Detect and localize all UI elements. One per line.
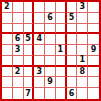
cell-r1c2[interactable] bbox=[13, 2, 24, 13]
cell-r5c6[interactable]: 1 bbox=[56, 45, 67, 56]
cell-r5c7[interactable] bbox=[67, 45, 78, 56]
cell-r8c2[interactable] bbox=[13, 77, 24, 88]
cell-r8c8[interactable] bbox=[77, 77, 88, 88]
given-digit: 3 bbox=[36, 68, 42, 76]
cell-r2c9[interactable] bbox=[88, 13, 99, 24]
cell-r4c5[interactable] bbox=[45, 34, 56, 45]
given-digit: 3 bbox=[15, 46, 21, 54]
cell-r6c8[interactable]: 1 bbox=[77, 56, 88, 67]
cell-r7c1[interactable] bbox=[2, 67, 13, 78]
cell-r6c3[interactable] bbox=[24, 56, 35, 67]
given-digit: 6 bbox=[69, 90, 75, 98]
cell-r2c6[interactable] bbox=[56, 13, 67, 24]
cell-r9c7[interactable]: 6 bbox=[67, 88, 78, 99]
cell-r7c3[interactable] bbox=[24, 67, 35, 78]
cell-r5c4[interactable] bbox=[34, 45, 45, 56]
cell-r4c9[interactable] bbox=[88, 34, 99, 45]
cell-r9c5[interactable] bbox=[45, 88, 56, 99]
given-digit: 6 bbox=[15, 35, 21, 43]
cell-r8c3[interactable] bbox=[24, 77, 35, 88]
cell-r6c5[interactable] bbox=[45, 56, 56, 67]
cell-r1c7[interactable] bbox=[67, 2, 78, 13]
cell-r2c5[interactable]: 6 bbox=[45, 13, 56, 24]
cell-r5c1[interactable] bbox=[2, 45, 13, 56]
cell-r2c7[interactable]: 5 bbox=[67, 13, 78, 24]
cell-r1c9[interactable] bbox=[88, 2, 99, 13]
cell-r9c4[interactable] bbox=[34, 88, 45, 99]
given-digit: 1 bbox=[80, 56, 86, 64]
cell-r6c2[interactable] bbox=[13, 56, 24, 67]
cell-r8c1[interactable] bbox=[2, 77, 13, 88]
cell-r7c6[interactable] bbox=[56, 67, 67, 78]
cell-r1c5[interactable] bbox=[45, 2, 56, 13]
cell-r5c5[interactable] bbox=[45, 45, 56, 56]
cell-r2c3[interactable] bbox=[24, 13, 35, 24]
cell-r4c8[interactable] bbox=[77, 34, 88, 45]
given-digit: 5 bbox=[69, 14, 75, 22]
cell-r7c2[interactable]: 2 bbox=[13, 67, 24, 78]
cell-r2c2[interactable] bbox=[13, 13, 24, 24]
cell-r3c9[interactable] bbox=[88, 24, 99, 35]
cell-r6c4[interactable] bbox=[34, 56, 45, 67]
cell-r1c6[interactable] bbox=[56, 2, 67, 13]
cell-r7c5[interactable] bbox=[45, 67, 56, 78]
cell-r7c7[interactable] bbox=[67, 67, 78, 78]
cell-r9c2[interactable] bbox=[13, 88, 24, 99]
cell-r9c1[interactable] bbox=[2, 88, 13, 99]
given-digit: 2 bbox=[15, 68, 21, 76]
cell-r4c3[interactable]: 5 bbox=[24, 34, 35, 45]
cell-r3c3[interactable] bbox=[24, 24, 35, 35]
cell-r1c1[interactable]: 2 bbox=[2, 2, 13, 13]
sudoku-board: 23656543191238976 bbox=[0, 0, 101, 101]
cell-r6c6[interactable] bbox=[56, 56, 67, 67]
cell-r2c8[interactable] bbox=[77, 13, 88, 24]
cell-r9c3[interactable]: 7 bbox=[24, 88, 35, 99]
cell-r1c3[interactable] bbox=[24, 2, 35, 13]
cell-r5c9[interactable]: 9 bbox=[88, 45, 99, 56]
cell-r5c2[interactable]: 3 bbox=[13, 45, 24, 56]
cell-r5c3[interactable] bbox=[24, 45, 35, 56]
cell-r1c8[interactable]: 3 bbox=[77, 2, 88, 13]
cell-r9c8[interactable] bbox=[77, 88, 88, 99]
cell-r3c5[interactable] bbox=[45, 24, 56, 35]
given-digit: 6 bbox=[47, 14, 53, 22]
given-digit: 3 bbox=[80, 3, 86, 11]
cell-r8c6[interactable] bbox=[56, 77, 67, 88]
cell-r6c7[interactable] bbox=[67, 56, 78, 67]
given-digit: 9 bbox=[47, 78, 53, 86]
cell-r8c9[interactable] bbox=[88, 77, 99, 88]
cell-r7c8[interactable]: 8 bbox=[77, 67, 88, 78]
given-digit: 9 bbox=[91, 46, 97, 54]
cell-r9c9[interactable] bbox=[88, 88, 99, 99]
given-digit: 7 bbox=[25, 90, 31, 98]
cell-r1c4[interactable] bbox=[34, 2, 45, 13]
cell-r8c7[interactable] bbox=[67, 77, 78, 88]
cell-r6c9[interactable] bbox=[88, 56, 99, 67]
cell-r3c6[interactable] bbox=[56, 24, 67, 35]
cell-r2c4[interactable] bbox=[34, 13, 45, 24]
cell-r3c4[interactable] bbox=[34, 24, 45, 35]
cell-r8c5[interactable]: 9 bbox=[45, 77, 56, 88]
cell-r6c1[interactable] bbox=[2, 56, 13, 67]
cell-r5c8[interactable] bbox=[77, 45, 88, 56]
cell-r9c6[interactable] bbox=[56, 88, 67, 99]
given-digit: 4 bbox=[36, 35, 42, 43]
cell-r4c4[interactable]: 4 bbox=[34, 34, 45, 45]
given-digit: 2 bbox=[4, 3, 10, 11]
cell-r2c1[interactable] bbox=[2, 13, 13, 24]
cell-r3c7[interactable] bbox=[67, 24, 78, 35]
cell-r4c6[interactable] bbox=[56, 34, 67, 45]
given-digit: 1 bbox=[57, 46, 63, 54]
given-digit: 5 bbox=[25, 35, 31, 43]
cell-r7c9[interactable] bbox=[88, 67, 99, 78]
cell-r4c7[interactable] bbox=[67, 34, 78, 45]
given-digit: 8 bbox=[80, 68, 86, 76]
cell-r7c4[interactable]: 3 bbox=[34, 67, 45, 78]
cell-r4c1[interactable] bbox=[2, 34, 13, 45]
cell-r8c4[interactable] bbox=[34, 77, 45, 88]
cell-r4c2[interactable]: 6 bbox=[13, 34, 24, 45]
cell-r3c8[interactable] bbox=[77, 24, 88, 35]
cell-r3c1[interactable] bbox=[2, 24, 13, 35]
cell-r3c2[interactable] bbox=[13, 24, 24, 35]
